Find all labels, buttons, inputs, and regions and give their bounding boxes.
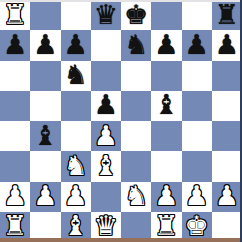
white-pawn-c2[interactable]: ♟ [64, 182, 88, 209]
square-c2[interactable]: ♟ [61, 182, 91, 212]
square-g4[interactable] [182, 121, 212, 151]
square-c6[interactable]: ♞ [61, 61, 91, 91]
square-h7[interactable]: ♟ [212, 30, 242, 60]
white-knight-e2[interactable]: ♞ [124, 182, 148, 209]
white-pawn-f2[interactable]: ♟ [154, 182, 178, 209]
square-h5[interactable] [212, 91, 242, 121]
white-pawn-d4[interactable]: ♟ [94, 122, 118, 149]
white-rook-f1[interactable]: ♜ [154, 212, 178, 239]
square-h4[interactable] [212, 121, 242, 151]
square-e8[interactable]: ♚ [121, 0, 151, 30]
black-king-e8[interactable]: ♚ [124, 1, 148, 28]
square-f5[interactable]: ♝ [151, 91, 181, 121]
black-rook-h8[interactable]: ♜ [215, 1, 239, 28]
square-b5[interactable] [30, 91, 60, 121]
square-d6[interactable] [91, 61, 121, 91]
square-f4[interactable] [151, 121, 181, 151]
square-e7[interactable]: ♞ [121, 30, 151, 60]
square-e4[interactable] [121, 121, 151, 151]
square-h6[interactable] [212, 61, 242, 91]
square-c3[interactable]: ♞ [61, 151, 91, 181]
square-a8[interactable]: ♜ [0, 0, 30, 30]
black-pawn-h7[interactable]: ♟ [215, 31, 239, 58]
square-e5[interactable] [121, 91, 151, 121]
square-d8[interactable]: ♛ [91, 0, 121, 30]
square-f1[interactable]: ♜ [151, 212, 181, 242]
black-pawn-g7[interactable]: ♟ [185, 31, 209, 58]
square-g2[interactable]: ♟ [182, 182, 212, 212]
square-d5[interactable]: ♟ [91, 91, 121, 121]
white-pawn-b2[interactable]: ♟ [33, 182, 57, 209]
square-g1[interactable]: ♚ [182, 212, 212, 242]
square-a4[interactable] [0, 121, 30, 151]
square-h2[interactable]: ♟ [212, 182, 242, 212]
black-pawn-c7[interactable]: ♟ [64, 31, 88, 58]
square-g7[interactable]: ♟ [182, 30, 212, 60]
square-d1[interactable]: ♛ [91, 212, 121, 242]
square-e1[interactable] [121, 212, 151, 242]
white-pawn-g2[interactable]: ♟ [185, 182, 209, 209]
chess-board: ♜♛♚♜♟♟♟♞♟♟♟♞♟♝♝♟♞♝♟♟♟♞♟♟♟♜♝♛♜♚ [0, 0, 242, 242]
square-g5[interactable] [182, 91, 212, 121]
black-pawn-f7[interactable]: ♟ [154, 31, 178, 58]
white-knight-c3[interactable]: ♞ [64, 152, 88, 179]
square-f7[interactable]: ♟ [151, 30, 181, 60]
square-b3[interactable] [30, 151, 60, 181]
square-g3[interactable] [182, 151, 212, 181]
square-b6[interactable] [30, 61, 60, 91]
white-pawn-a2[interactable]: ♟ [3, 182, 27, 209]
square-f3[interactable] [151, 151, 181, 181]
square-a6[interactable] [0, 61, 30, 91]
white-queen-d1[interactable]: ♛ [94, 212, 118, 239]
square-b7[interactable]: ♟ [30, 30, 60, 60]
square-b1[interactable] [30, 212, 60, 242]
black-knight-c6[interactable]: ♞ [64, 61, 88, 88]
black-pawn-b7[interactable]: ♟ [33, 31, 57, 58]
square-f8[interactable] [151, 0, 181, 30]
square-g6[interactable] [182, 61, 212, 91]
black-pawn-d5[interactable]: ♟ [94, 91, 118, 118]
square-d3[interactable]: ♝ [91, 151, 121, 181]
square-g8[interactable] [182, 0, 212, 30]
square-f2[interactable]: ♟ [151, 182, 181, 212]
square-c8[interactable] [61, 0, 91, 30]
square-c7[interactable]: ♟ [61, 30, 91, 60]
white-bishop-d3[interactable]: ♝ [94, 152, 118, 179]
square-h3[interactable] [212, 151, 242, 181]
black-pawn-a7[interactable]: ♟ [3, 31, 27, 58]
square-b2[interactable]: ♟ [30, 182, 60, 212]
black-bishop-f5[interactable]: ♝ [154, 91, 178, 118]
square-a1[interactable]: ♜ [0, 212, 30, 242]
black-knight-e7[interactable]: ♞ [124, 31, 148, 58]
square-a7[interactable]: ♟ [0, 30, 30, 60]
black-queen-d8[interactable]: ♛ [94, 1, 118, 28]
square-a5[interactable] [0, 91, 30, 121]
square-e2[interactable]: ♞ [121, 182, 151, 212]
white-pawn-h2[interactable]: ♟ [215, 182, 239, 209]
chess-board-screenshot: ♜♛♚♜♟♟♟♞♟♟♟♞♟♝♝♟♞♝♟♟♟♞♟♟♟♜♝♛♜♚ [0, 0, 242, 242]
square-e3[interactable] [121, 151, 151, 181]
square-c1[interactable]: ♝ [61, 212, 91, 242]
white-bishop-c1[interactable]: ♝ [64, 212, 88, 239]
square-d2[interactable] [91, 182, 121, 212]
white-rook-a1[interactable]: ♜ [3, 212, 27, 239]
black-bishop-b4[interactable]: ♝ [33, 122, 57, 149]
square-d4[interactable]: ♟ [91, 121, 121, 151]
square-a3[interactable] [0, 151, 30, 181]
white-king-g1[interactable]: ♚ [185, 212, 209, 239]
white-rook-a8[interactable]: ♜ [3, 1, 27, 28]
square-h8[interactable]: ♜ [212, 0, 242, 30]
square-d7[interactable] [91, 30, 121, 60]
square-b4[interactable]: ♝ [30, 121, 60, 151]
square-h1[interactable] [212, 212, 242, 242]
square-a2[interactable]: ♟ [0, 182, 30, 212]
square-e6[interactable] [121, 61, 151, 91]
square-c4[interactable] [61, 121, 91, 151]
square-f6[interactable] [151, 61, 181, 91]
square-c5[interactable] [61, 91, 91, 121]
square-b8[interactable] [30, 0, 60, 30]
